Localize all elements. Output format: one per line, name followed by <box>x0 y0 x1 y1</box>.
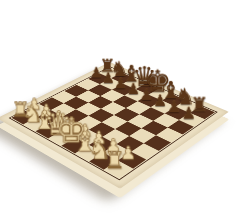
white-rook-a1: ♜ <box>2 99 38 119</box>
chess-set-product-photo: ♜♞♝♛♚♝♞♜♟♟♟♟♟♟♟♟♟♟♟♟♟♟♟♟♜♞♝♛♚♝♞♜ <box>0 0 240 218</box>
board-grid: ♜♞♝♛♚♝♞♜♟♟♟♟♟♟♟♟♟♟♟♟♟♟♟♟♜♞♝♛♚♝♞♜ <box>11 68 214 179</box>
square-f6 <box>139 107 164 120</box>
board-surface: ♜♞♝♛♚♝♞♜♟♟♟♟♟♟♟♟♟♟♟♟♟♟♟♟♜♞♝♛♚♝♞♜ <box>0 62 229 189</box>
chess-board: ♜♞♝♛♚♝♞♜♟♟♟♟♟♟♟♟♟♟♟♟♟♟♟♟♜♞♝♛♚♝♞♜ <box>0 62 229 189</box>
board-scene: ♜♞♝♛♚♝♞♜♟♟♟♟♟♟♟♟♟♟♟♟♟♟♟♟♜♞♝♛♚♝♞♜ <box>0 0 240 218</box>
square-h7: ♟ <box>179 113 205 127</box>
black-rook-a8: ♜ <box>91 57 123 75</box>
square-h8: ♜ <box>190 106 215 119</box>
